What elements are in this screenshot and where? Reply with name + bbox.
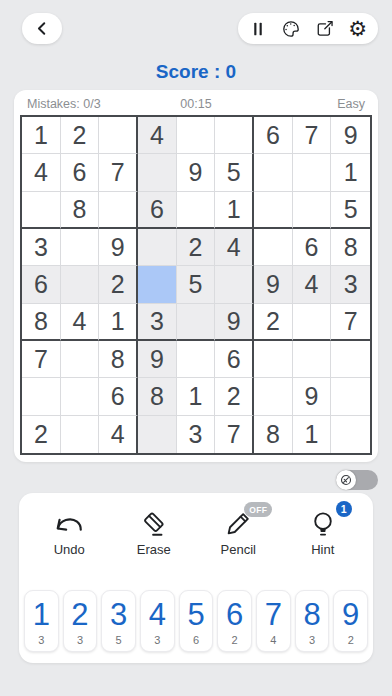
cell-r6c8[interactable] [293, 304, 332, 341]
cell-r6c2[interactable]: 4 [61, 304, 100, 341]
cell-r4c7[interactable] [254, 229, 293, 266]
cell-r5c6[interactable] [215, 266, 254, 303]
eraser-icon [137, 509, 171, 539]
cell-r2c6[interactable]: 5 [215, 154, 254, 191]
key-remaining-count: 2 [232, 634, 238, 646]
cell-r9c2[interactable] [61, 416, 100, 453]
action-pill: ⚙ [238, 13, 378, 44]
numpad-key-9[interactable]: 92 [333, 590, 368, 652]
undo-button[interactable]: Undo [27, 509, 112, 557]
hint-button[interactable]: 1 Hint [281, 509, 366, 557]
numpad-key-1[interactable]: 13 [24, 590, 59, 652]
cell-r8c8[interactable]: 9 [293, 378, 332, 415]
lightbulb-icon: 1 [306, 509, 340, 539]
cell-r5c2[interactable] [61, 266, 100, 303]
cell-r3c1[interactable] [22, 192, 61, 229]
cell-r4c5[interactable]: 2 [177, 229, 216, 266]
key-remaining-count: 3 [309, 634, 315, 646]
palette-icon [280, 18, 302, 40]
undo-label: Undo [54, 542, 85, 557]
cell-r9c3[interactable]: 4 [99, 416, 138, 453]
cell-r6c1[interactable]: 8 [22, 304, 61, 341]
cell-r1c4[interactable]: 4 [138, 117, 177, 154]
cell-r2c4[interactable] [138, 154, 177, 191]
cell-r4c3[interactable]: 9 [99, 229, 138, 266]
cell-r1c9[interactable]: 9 [331, 117, 370, 154]
status-bar: Mistakes: 0/3 00:15 Easy [14, 90, 378, 115]
cell-r8c4[interactable]: 8 [138, 378, 177, 415]
cell-r2c9[interactable]: 1 [331, 154, 370, 191]
numpad-key-6[interactable]: 62 [217, 590, 252, 652]
key-remaining-count: 5 [116, 634, 122, 646]
cell-r8c9[interactable] [331, 378, 370, 415]
key-digit: 8 [303, 599, 320, 630]
cell-r7c8[interactable] [293, 341, 332, 378]
pencil-off-badge: OFF [244, 502, 272, 517]
key-digit: 5 [187, 599, 204, 630]
cell-r7c4[interactable]: 9 [138, 341, 177, 378]
cell-r9c5[interactable]: 3 [177, 416, 216, 453]
cell-r3c6[interactable]: 1 [215, 192, 254, 229]
cell-r2c1[interactable]: 4 [22, 154, 61, 191]
cell-r2c2[interactable]: 6 [61, 154, 100, 191]
hint-label: Hint [311, 542, 334, 557]
chevron-left-icon [34, 20, 51, 37]
cell-r6c7[interactable]: 2 [254, 304, 293, 341]
erase-label: Erase [137, 542, 171, 557]
fast-mode-toggle[interactable] [336, 470, 378, 490]
key-digit: 9 [342, 599, 359, 630]
key-digit: 3 [110, 599, 127, 630]
key-remaining-count: 6 [193, 634, 199, 646]
theme-palette-button[interactable] [278, 16, 304, 42]
cell-r6c5[interactable] [177, 304, 216, 341]
cell-r3c2[interactable]: 8 [61, 192, 100, 229]
cell-r1c6[interactable] [215, 117, 254, 154]
cell-r8c2[interactable] [61, 378, 100, 415]
mistakes-label: Mistakes: 0/3 [27, 97, 140, 111]
cell-r4c6[interactable]: 4 [215, 229, 254, 266]
cell-r8c5[interactable]: 1 [177, 378, 216, 415]
cell-r7c1[interactable]: 7 [22, 341, 61, 378]
erase-button[interactable]: Erase [112, 509, 197, 557]
pause-icon [248, 19, 268, 39]
number-pad: 132335435662748392 [24, 590, 368, 652]
cell-r2c3[interactable]: 7 [99, 154, 138, 191]
cell-r1c2[interactable]: 2 [61, 117, 100, 154]
key-remaining-count: 3 [77, 634, 83, 646]
cell-r3c5[interactable] [177, 192, 216, 229]
undo-icon [52, 509, 86, 539]
key-remaining-count: 3 [154, 634, 160, 646]
cell-r3c9[interactable]: 5 [331, 192, 370, 229]
cell-r6c3[interactable]: 1 [99, 304, 138, 341]
cell-r7c3[interactable]: 8 [99, 341, 138, 378]
cell-r3c3[interactable] [99, 192, 138, 229]
cell-r1c5[interactable] [177, 117, 216, 154]
cell-r5c3[interactable]: 2 [99, 266, 138, 303]
toggle-knob [336, 470, 356, 490]
key-digit: 6 [226, 599, 243, 630]
cell-r7c5[interactable] [177, 341, 216, 378]
pencil-icon: OFF [221, 509, 255, 539]
key-remaining-count: 3 [38, 634, 44, 646]
cell-r1c3[interactable] [99, 117, 138, 154]
board-card: Mistakes: 0/3 00:15 Easy 124679467951861… [14, 90, 378, 462]
cell-r6c4[interactable]: 3 [138, 304, 177, 341]
score-label: Score : 0 [0, 61, 392, 83]
cell-r6c6[interactable]: 9 [215, 304, 254, 341]
cell-r8c6[interactable]: 2 [215, 378, 254, 415]
share-icon [314, 18, 335, 39]
cell-r7c6[interactable]: 6 [215, 341, 254, 378]
cell-r5c5[interactable]: 5 [177, 266, 216, 303]
cell-r5c8[interactable]: 4 [293, 266, 332, 303]
cell-r4c4[interactable] [138, 229, 177, 266]
cell-r8c3[interactable]: 6 [99, 378, 138, 415]
cell-r2c5[interactable]: 9 [177, 154, 216, 191]
timer-label: 00:15 [140, 97, 253, 111]
rocket-icon [340, 474, 352, 486]
numpad-key-5[interactable]: 56 [179, 590, 214, 652]
key-remaining-count: 4 [270, 634, 276, 646]
gear-icon: ⚙ [348, 18, 367, 39]
hint-count-badge: 1 [336, 501, 352, 517]
difficulty-label: Easy [252, 97, 365, 111]
numpad-key-8[interactable]: 83 [295, 590, 330, 652]
cell-r8c7[interactable] [254, 378, 293, 415]
cell-r7c7[interactable] [254, 341, 293, 378]
control-panel: Undo Erase [19, 493, 373, 663]
cell-r9c9[interactable] [331, 416, 370, 453]
tools-row: Undo Erase [19, 493, 373, 557]
numpad-key-2[interactable]: 23 [63, 590, 98, 652]
key-digit: 1 [33, 599, 50, 630]
pencil-label: Pencil [221, 542, 256, 557]
sudoku-board: 1246794679518615392468625943841392778966… [20, 115, 372, 455]
cell-r3c7[interactable] [254, 192, 293, 229]
cell-r9c1[interactable]: 2 [22, 416, 61, 453]
pencil-button[interactable]: OFF Pencil [196, 509, 281, 557]
cell-r3c8[interactable] [293, 192, 332, 229]
key-remaining-count: 2 [348, 634, 354, 646]
cell-r1c1[interactable]: 1 [22, 117, 61, 154]
key-digit: 2 [71, 599, 88, 630]
pause-button[interactable] [245, 16, 271, 42]
share-button[interactable] [312, 16, 338, 42]
cell-r4c1[interactable]: 3 [22, 229, 61, 266]
numpad-key-4[interactable]: 43 [140, 590, 175, 652]
cell-r9c7[interactable]: 8 [254, 416, 293, 453]
cell-r5c7[interactable]: 9 [254, 266, 293, 303]
cell-r4c9[interactable]: 8 [331, 229, 370, 266]
cell-r2c8[interactable] [293, 154, 332, 191]
cell-r5c4[interactable] [138, 266, 177, 303]
key-digit: 4 [149, 599, 166, 630]
cell-r2c7[interactable] [254, 154, 293, 191]
cell-r3c4[interactable]: 6 [138, 192, 177, 229]
cell-r7c9[interactable] [331, 341, 370, 378]
cell-r1c8[interactable]: 7 [293, 117, 332, 154]
cell-r4c8[interactable]: 6 [293, 229, 332, 266]
cell-r5c9[interactable]: 3 [331, 266, 370, 303]
cell-r4c2[interactable] [61, 229, 100, 266]
numpad-key-7[interactable]: 74 [256, 590, 291, 652]
cell-r8c1[interactable] [22, 378, 61, 415]
cell-r9c4[interactable] [138, 416, 177, 453]
key-digit: 7 [265, 599, 282, 630]
cell-r9c8[interactable]: 1 [293, 416, 332, 453]
back-button[interactable] [22, 13, 62, 44]
cell-r9c6[interactable]: 7 [215, 416, 254, 453]
cell-r6c9[interactable]: 7 [331, 304, 370, 341]
cell-r7c2[interactable] [61, 341, 100, 378]
numpad-key-3[interactable]: 35 [101, 590, 136, 652]
sudoku-app: ⚙ Score : 0 Mistakes: 0/3 00:15 Easy 124… [0, 0, 392, 696]
cell-r5c1[interactable]: 6 [22, 266, 61, 303]
settings-button[interactable]: ⚙ [345, 16, 371, 42]
cell-r1c7[interactable]: 6 [254, 117, 293, 154]
